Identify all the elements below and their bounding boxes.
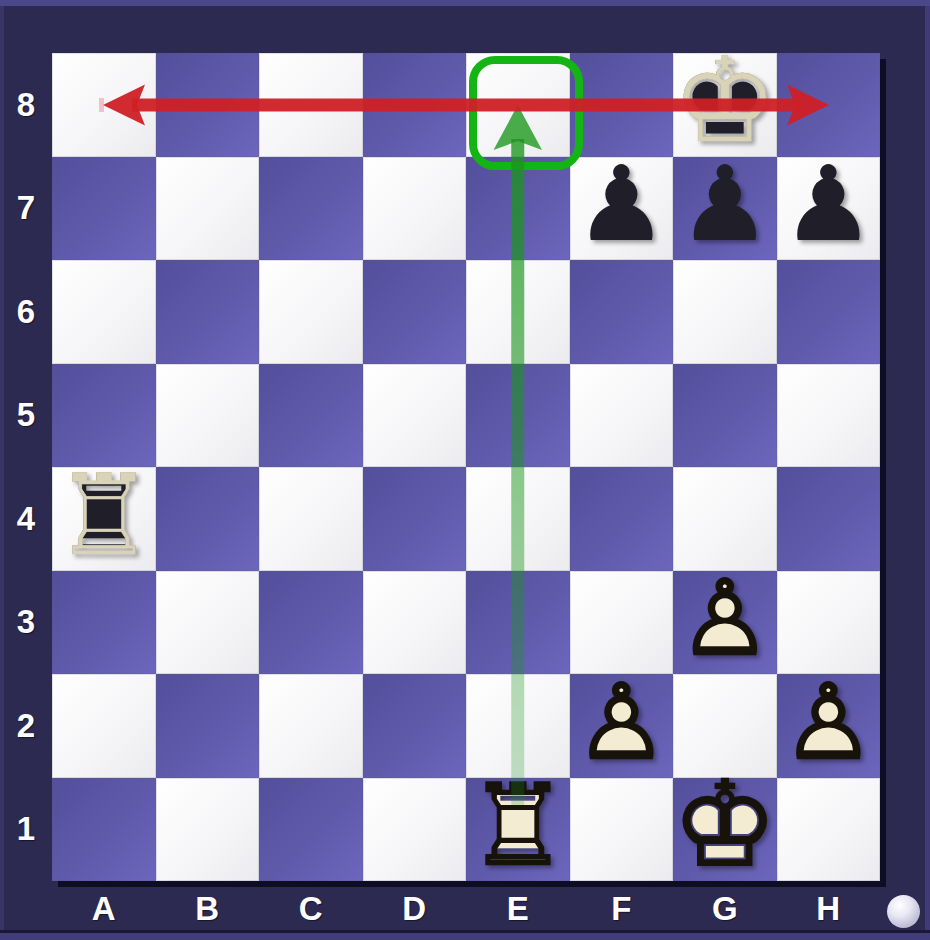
square-h5[interactable] [777, 364, 881, 468]
square-f3[interactable] [570, 571, 674, 675]
square-d7[interactable] [363, 157, 467, 261]
file-label-h: H [777, 884, 881, 934]
square-c5[interactable] [259, 364, 363, 468]
square-d4[interactable] [363, 467, 467, 571]
square-a7[interactable] [52, 157, 156, 261]
square-d1[interactable] [363, 778, 467, 882]
square-h1[interactable] [777, 778, 881, 882]
square-f1[interactable] [570, 778, 674, 882]
window-right-edge [925, 6, 930, 930]
square-b3[interactable] [156, 571, 260, 675]
square-a5[interactable] [52, 364, 156, 468]
square-f4[interactable] [570, 467, 674, 571]
file-label-c: C [259, 884, 363, 934]
square-d6[interactable] [363, 260, 467, 364]
square-e7[interactable] [466, 157, 570, 261]
square-a4[interactable] [52, 467, 156, 571]
file-label-g: G [673, 884, 777, 934]
square-h2[interactable] [777, 674, 881, 778]
square-h3[interactable] [777, 571, 881, 675]
board-squares [52, 53, 880, 881]
square-b7[interactable] [156, 157, 260, 261]
square-d2[interactable] [363, 674, 467, 778]
rank-label-6: 6 [0, 260, 52, 364]
square-a8[interactable] [52, 53, 156, 157]
square-f5[interactable] [570, 364, 674, 468]
square-c2[interactable] [259, 674, 363, 778]
square-h8[interactable] [777, 53, 881, 157]
square-c3[interactable] [259, 571, 363, 675]
square-e6[interactable] [466, 260, 570, 364]
square-c7[interactable] [259, 157, 363, 261]
chess-board: ♚♔♟♟♟♜♖♟♙♟♙♟♙♜♖♚♔ [52, 53, 880, 881]
square-g1[interactable] [673, 778, 777, 882]
square-d8[interactable] [363, 53, 467, 157]
square-e5[interactable] [466, 364, 570, 468]
square-c8[interactable] [259, 53, 363, 157]
square-c1[interactable] [259, 778, 363, 882]
square-h4[interactable] [777, 467, 881, 571]
square-g2[interactable] [673, 674, 777, 778]
file-label-a: A [52, 884, 156, 934]
square-f7[interactable] [570, 157, 674, 261]
square-a2[interactable] [52, 674, 156, 778]
square-c4[interactable] [259, 467, 363, 571]
square-a1[interactable] [52, 778, 156, 882]
square-b1[interactable] [156, 778, 260, 882]
square-f8[interactable] [570, 53, 674, 157]
rank-label-1: 1 [0, 778, 52, 882]
rank-label-4: 4 [0, 467, 52, 571]
square-b5[interactable] [156, 364, 260, 468]
rank-label-7: 7 [0, 157, 52, 261]
square-e8[interactable] [466, 53, 570, 157]
square-b2[interactable] [156, 674, 260, 778]
file-label-d: D [363, 884, 467, 934]
rank-label-8: 8 [0, 53, 52, 157]
file-label-f: F [570, 884, 674, 934]
square-h6[interactable] [777, 260, 881, 364]
window-bottom-edge [0, 933, 930, 940]
square-e2[interactable] [466, 674, 570, 778]
square-f6[interactable] [570, 260, 674, 364]
square-a3[interactable] [52, 571, 156, 675]
rank-label-2: 2 [0, 674, 52, 778]
square-e4[interactable] [466, 467, 570, 571]
square-g4[interactable] [673, 467, 777, 571]
square-d5[interactable] [363, 364, 467, 468]
square-d3[interactable] [363, 571, 467, 675]
square-c6[interactable] [259, 260, 363, 364]
square-g3[interactable] [673, 571, 777, 675]
turn-indicator-ball [887, 895, 920, 928]
rank-label-3: 3 [0, 571, 52, 675]
square-g5[interactable] [673, 364, 777, 468]
square-e3[interactable] [466, 571, 570, 675]
square-b4[interactable] [156, 467, 260, 571]
square-g7[interactable] [673, 157, 777, 261]
square-e1[interactable] [466, 778, 570, 882]
square-b6[interactable] [156, 260, 260, 364]
square-a6[interactable] [52, 260, 156, 364]
square-h7[interactable] [777, 157, 881, 261]
file-label-e: E [466, 884, 570, 934]
window-top-edge [0, 0, 930, 6]
rank-label-5: 5 [0, 364, 52, 468]
square-b8[interactable] [156, 53, 260, 157]
square-g8[interactable] [673, 53, 777, 157]
square-f2[interactable] [570, 674, 674, 778]
file-label-b: B [156, 884, 260, 934]
square-g6[interactable] [673, 260, 777, 364]
